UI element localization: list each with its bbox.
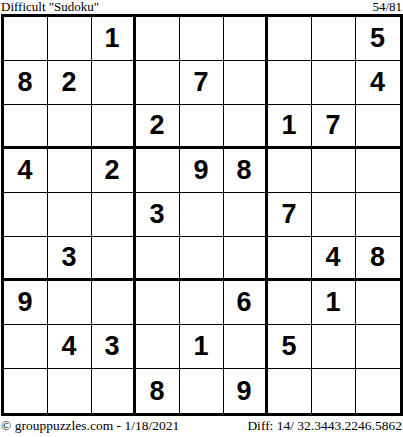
cell-r4c1[interactable]: 4 [4, 149, 48, 193]
cell-r1c8[interactable] [312, 17, 356, 61]
cell-r1c5[interactable] [180, 17, 224, 61]
cell-r2c3[interactable] [92, 61, 136, 105]
cell-r6c9[interactable]: 8 [356, 237, 400, 281]
cell-r7c9[interactable] [356, 281, 400, 325]
cell-r8c2[interactable]: 4 [48, 325, 92, 369]
cell-r5c3[interactable] [92, 193, 136, 237]
cell-r4c3[interactable]: 2 [92, 149, 136, 193]
cell-r1c4[interactable] [136, 17, 180, 61]
cell-r1c7[interactable] [268, 17, 312, 61]
cell-r4c2[interactable] [48, 149, 92, 193]
cell-r7c3[interactable] [92, 281, 136, 325]
cell-r4c8[interactable] [312, 149, 356, 193]
cell-r1c2[interactable] [48, 17, 92, 61]
cell-r9c5[interactable] [180, 369, 224, 413]
puzzle-counter: 54/81 [372, 0, 402, 14]
cell-r3c9[interactable] [356, 105, 400, 149]
cell-r2c7[interactable] [268, 61, 312, 105]
cell-r9c2[interactable] [48, 369, 92, 413]
cell-r5c5[interactable] [180, 193, 224, 237]
cell-r5c4[interactable]: 3 [136, 193, 180, 237]
cell-r5c8[interactable] [312, 193, 356, 237]
cell-r2c2[interactable]: 2 [48, 61, 92, 105]
cell-r6c1[interactable] [4, 237, 48, 281]
cell-r2c1[interactable]: 8 [4, 61, 48, 105]
cell-r8c1[interactable] [4, 325, 48, 369]
cell-r8c3[interactable]: 3 [92, 325, 136, 369]
cell-r3c5[interactable] [180, 105, 224, 149]
cell-r2c5[interactable]: 7 [180, 61, 224, 105]
cell-r4c5[interactable]: 9 [180, 149, 224, 193]
footer: © grouppuzzles.com - 1/18/2021 Diff: 14/… [0, 416, 403, 437]
cell-r4c7[interactable] [268, 149, 312, 193]
cell-r2c6[interactable] [224, 61, 268, 105]
cell-r1c1[interactable] [4, 17, 48, 61]
cell-r6c3[interactable] [92, 237, 136, 281]
cell-r8c5[interactable]: 1 [180, 325, 224, 369]
cell-r3c1[interactable] [4, 105, 48, 149]
cell-r6c6[interactable] [224, 237, 268, 281]
cell-r9c8[interactable] [312, 369, 356, 413]
cell-r8c7[interactable]: 5 [268, 325, 312, 369]
cell-r9c7[interactable] [268, 369, 312, 413]
cell-r3c3[interactable] [92, 105, 136, 149]
cell-r3c8[interactable]: 7 [312, 105, 356, 149]
cell-r7c2[interactable] [48, 281, 92, 325]
cell-r6c5[interactable] [180, 237, 224, 281]
cell-r8c6[interactable] [224, 325, 268, 369]
cell-r2c9[interactable]: 4 [356, 61, 400, 105]
cell-r6c4[interactable] [136, 237, 180, 281]
sudoku-grid: 158274217429837348961431589 [1, 14, 403, 416]
cell-r9c3[interactable] [92, 369, 136, 413]
cell-r1c6[interactable] [224, 17, 268, 61]
cell-r3c2[interactable] [48, 105, 92, 149]
cell-r5c7[interactable]: 7 [268, 193, 312, 237]
cell-r8c4[interactable] [136, 325, 180, 369]
cell-r5c6[interactable] [224, 193, 268, 237]
cell-r5c1[interactable] [4, 193, 48, 237]
cell-r9c9[interactable] [356, 369, 400, 413]
cell-r2c8[interactable] [312, 61, 356, 105]
cell-r7c4[interactable] [136, 281, 180, 325]
cell-r1c9[interactable]: 5 [356, 17, 400, 61]
cell-r3c6[interactable] [224, 105, 268, 149]
puzzle-title: Difficult "Sudoku" [1, 0, 99, 14]
cell-r8c9[interactable] [356, 325, 400, 369]
cell-r7c7[interactable] [268, 281, 312, 325]
cell-r7c5[interactable] [180, 281, 224, 325]
cell-r7c8[interactable]: 1 [312, 281, 356, 325]
cell-r1c3[interactable]: 1 [92, 17, 136, 61]
cell-r3c7[interactable]: 1 [268, 105, 312, 149]
cell-r5c2[interactable] [48, 193, 92, 237]
sudoku-page: Difficult "Sudoku" 54/81 158274217429837… [0, 0, 403, 437]
copyright-text: © grouppuzzles.com - 1/18/2021 [1, 418, 179, 434]
difficulty-text: Diff: 14/ 32.3443.2246.5862 [247, 418, 402, 434]
cell-r8c8[interactable] [312, 325, 356, 369]
cell-r7c1[interactable]: 9 [4, 281, 48, 325]
cell-r6c7[interactable] [268, 237, 312, 281]
cell-r6c8[interactable]: 4 [312, 237, 356, 281]
header: Difficult "Sudoku" 54/81 [0, 0, 403, 14]
cell-r4c9[interactable] [356, 149, 400, 193]
cell-r9c6[interactable]: 9 [224, 369, 268, 413]
cell-r9c4[interactable]: 8 [136, 369, 180, 413]
cell-r4c6[interactable]: 8 [224, 149, 268, 193]
cell-r9c1[interactable] [4, 369, 48, 413]
cell-r4c4[interactable] [136, 149, 180, 193]
cell-r7c6[interactable]: 6 [224, 281, 268, 325]
cell-r3c4[interactable]: 2 [136, 105, 180, 149]
cell-r6c2[interactable]: 3 [48, 237, 92, 281]
cell-r5c9[interactable] [356, 193, 400, 237]
cell-r2c4[interactable] [136, 61, 180, 105]
